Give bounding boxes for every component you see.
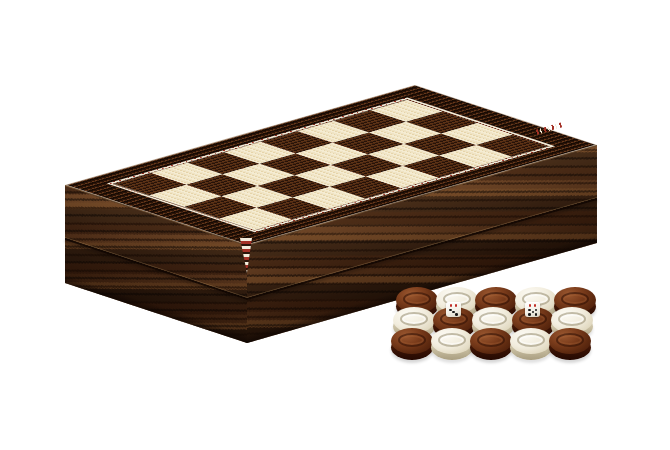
product-photo-scene [0,0,670,450]
die-pip-black [528,309,531,312]
checker-top [470,328,512,354]
checker-brown [549,328,591,360]
checker-groove-ring [400,312,428,326]
checker-groove-ring [558,312,586,326]
checker-groove-ring [561,292,589,306]
die-pip-black [528,313,531,316]
checker-white [510,328,552,360]
checker-groove-ring [556,333,584,347]
die-pip-red [529,304,532,307]
die [525,302,540,317]
checker-top [391,328,433,354]
die-pip-black [535,309,538,312]
die [446,302,461,317]
die-pip-red [534,304,537,307]
die-pip-red [455,304,458,307]
die-pip-red [450,304,453,307]
checker-groove-ring [517,333,545,347]
checker-groove-ring [403,292,431,306]
checker-groove-ring [482,292,510,306]
checker-groove-ring [438,333,466,347]
checker-brown [470,328,512,360]
die-pip-black [535,313,538,316]
checker-groove-ring [477,333,505,347]
die-pip-black [532,311,535,314]
checker-groove-ring [479,312,507,326]
checker-brown [391,328,433,360]
checkers-and-dice-tray [0,0,670,450]
checker-groove-ring [398,333,426,347]
checker-white [431,328,473,360]
checker-top [431,328,473,354]
checker-top [510,328,552,354]
die-pip-black [455,313,458,316]
